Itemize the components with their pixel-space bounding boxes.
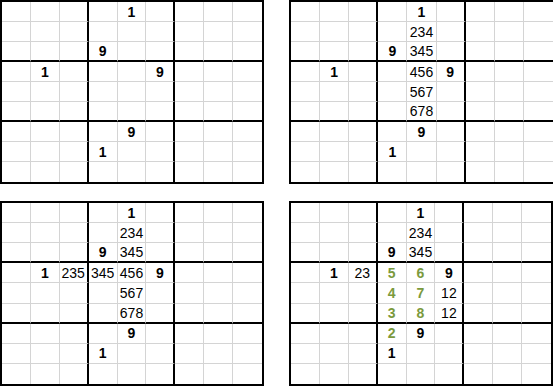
- cell-r4c1[interactable]: [291, 263, 320, 283]
- cell-r4c6[interactable]: 9: [435, 263, 464, 283]
- cell-r3c1[interactable]: [291, 42, 320, 62]
- cell-r4c5[interactable]: 6: [407, 263, 436, 283]
- cell-r8c3[interactable]: [349, 344, 378, 364]
- cell-r8c9[interactable]: [522, 344, 551, 364]
- cell-r4c5[interactable]: [118, 62, 147, 82]
- cell-r4c3[interactable]: 23: [349, 263, 378, 283]
- cell-r1c5[interactable]: 1: [407, 203, 436, 223]
- cell-r2c8[interactable]: [204, 223, 233, 243]
- cell-r2c9[interactable]: [524, 22, 553, 42]
- cell-r2c1[interactable]: [2, 223, 31, 243]
- cell-r4c7[interactable]: [175, 263, 204, 283]
- cell-r9c6[interactable]: [146, 364, 175, 384]
- cell-r5c9[interactable]: [233, 82, 262, 102]
- cell-r2c2[interactable]: [320, 22, 349, 42]
- cell-r6c3[interactable]: [349, 102, 378, 122]
- cell-r7c5[interactable]: 9: [118, 324, 147, 344]
- cell-r6c7[interactable]: [464, 304, 493, 324]
- cell-r4c9[interactable]: [233, 263, 262, 283]
- cell-r7c5[interactable]: 9: [118, 122, 147, 142]
- cell-r2c1[interactable]: [291, 22, 320, 42]
- cell-r5c6[interactable]: 12: [435, 283, 464, 303]
- cell-r1c3[interactable]: [349, 2, 378, 22]
- cell-r2c4[interactable]: [89, 223, 118, 243]
- cell-r1c3[interactable]: [60, 2, 89, 22]
- cell-r7c2[interactable]: [31, 122, 60, 142]
- cell-r1c1[interactable]: [291, 203, 320, 223]
- cell-r2c7[interactable]: [466, 22, 495, 42]
- cell-r5c6[interactable]: [437, 82, 466, 102]
- cell-r5c5[interactable]: 7: [407, 283, 436, 303]
- cell-r7c8[interactable]: [495, 122, 524, 142]
- cell-r3c4[interactable]: 9: [89, 243, 118, 263]
- cell-r6c9[interactable]: [233, 102, 262, 122]
- cell-r4c6[interactable]: 9: [437, 62, 466, 82]
- cell-r3c2[interactable]: [31, 243, 60, 263]
- cell-r6c6[interactable]: [437, 102, 466, 122]
- cell-r3c1[interactable]: [2, 243, 31, 263]
- cell-r3c8[interactable]: [204, 42, 233, 62]
- cell-r8c3[interactable]: [60, 142, 89, 162]
- cell-r6c4[interactable]: 3: [378, 304, 407, 324]
- cell-r4c3[interactable]: [349, 62, 378, 82]
- cell-r1c2[interactable]: [31, 2, 60, 22]
- cell-r2c8[interactable]: [495, 22, 524, 42]
- cell-r9c1[interactable]: [291, 162, 320, 182]
- cell-r9c9[interactable]: [233, 364, 262, 384]
- cell-r3c3[interactable]: [349, 42, 378, 62]
- cell-r3c7[interactable]: [466, 42, 495, 62]
- cell-r7c4[interactable]: 2: [378, 324, 407, 344]
- cell-r7c1[interactable]: [291, 324, 320, 344]
- cell-r6c5[interactable]: 8: [407, 304, 436, 324]
- cell-r8c3[interactable]: [349, 142, 378, 162]
- cell-r1c1[interactable]: [291, 2, 320, 22]
- cell-r7c5[interactable]: 9: [407, 122, 436, 142]
- cell-r7c3[interactable]: [60, 122, 89, 142]
- cell-r7c2[interactable]: [31, 324, 60, 344]
- cell-r9c1[interactable]: [2, 364, 31, 384]
- cell-r4c8[interactable]: [493, 263, 522, 283]
- cell-r3c1[interactable]: [2, 42, 31, 62]
- cell-r5c2[interactable]: [320, 283, 349, 303]
- cell-r7c3[interactable]: [60, 324, 89, 344]
- cell-r5c6[interactable]: [146, 283, 175, 303]
- cell-r6c8[interactable]: [495, 102, 524, 122]
- cell-r1c8[interactable]: [204, 2, 233, 22]
- cell-r2c3[interactable]: [60, 22, 89, 42]
- cell-r1c7[interactable]: [175, 203, 204, 223]
- cell-r4c6[interactable]: 9: [146, 62, 175, 82]
- cell-r3c9[interactable]: [524, 42, 553, 62]
- cell-r7c4[interactable]: [89, 324, 118, 344]
- cell-r5c5[interactable]: [118, 82, 147, 102]
- cell-r7c4[interactable]: [378, 122, 407, 142]
- cell-r8c5[interactable]: [407, 344, 436, 364]
- cell-r9c4[interactable]: [89, 364, 118, 384]
- cell-r5c5[interactable]: 567: [118, 283, 147, 303]
- cell-r2c3[interactable]: [349, 22, 378, 42]
- cell-r8c4[interactable]: 1: [89, 344, 118, 364]
- cell-r9c8[interactable]: [493, 364, 522, 384]
- cell-r4c2[interactable]: 1: [31, 62, 60, 82]
- cell-r3c4[interactable]: 9: [378, 243, 407, 263]
- cell-r6c3[interactable]: [60, 304, 89, 324]
- cell-r9c5[interactable]: [118, 364, 147, 384]
- cell-r3c1[interactable]: [291, 243, 320, 263]
- cell-r3c9[interactable]: [233, 42, 262, 62]
- cell-r2c8[interactable]: [493, 223, 522, 243]
- cell-r5c4[interactable]: [378, 82, 407, 102]
- cell-r5c9[interactable]: [233, 283, 262, 303]
- cell-r4c5[interactable]: 456: [118, 263, 147, 283]
- cell-r1c2[interactable]: [320, 2, 349, 22]
- cell-r5c4[interactable]: [89, 82, 118, 102]
- cell-r8c7[interactable]: [175, 142, 204, 162]
- cell-r8c2[interactable]: [320, 142, 349, 162]
- cell-r3c6[interactable]: [435, 243, 464, 263]
- cell-r8c6[interactable]: [437, 142, 466, 162]
- cell-r9c1[interactable]: [291, 364, 320, 384]
- cell-r4c2[interactable]: 1: [320, 62, 349, 82]
- cell-r3c4[interactable]: 9: [89, 42, 118, 62]
- cell-r3c5[interactable]: 345: [407, 42, 436, 62]
- cell-r2c2[interactable]: [31, 223, 60, 243]
- cell-r3c9[interactable]: [233, 243, 262, 263]
- cell-r4c3[interactable]: [60, 62, 89, 82]
- cell-r9c4[interactable]: [378, 364, 407, 384]
- cell-r8c4[interactable]: 1: [89, 142, 118, 162]
- cell-r8c3[interactable]: [60, 344, 89, 364]
- cell-r6c9[interactable]: [233, 304, 262, 324]
- cell-r6c2[interactable]: [320, 304, 349, 324]
- cell-r5c2[interactable]: [31, 82, 60, 102]
- cell-r7c9[interactable]: [233, 122, 262, 142]
- cell-r2c7[interactable]: [175, 223, 204, 243]
- cell-r3c5[interactable]: 345: [118, 243, 147, 263]
- cell-r6c5[interactable]: 678: [407, 102, 436, 122]
- cell-r9c7[interactable]: [466, 162, 495, 182]
- cell-r3c3[interactable]: [349, 243, 378, 263]
- cell-r5c3[interactable]: [60, 82, 89, 102]
- cell-r1c6[interactable]: [146, 2, 175, 22]
- cell-r3c8[interactable]: [204, 243, 233, 263]
- cell-r5c7[interactable]: [464, 283, 493, 303]
- cell-r2c5[interactable]: 234: [407, 223, 436, 243]
- cell-r5c2[interactable]: [31, 283, 60, 303]
- cell-r7c6[interactable]: [146, 324, 175, 344]
- cell-r4c2[interactable]: 1: [320, 263, 349, 283]
- cell-r1c6[interactable]: [435, 203, 464, 223]
- cell-r9c9[interactable]: [522, 364, 551, 384]
- cell-r2c5[interactable]: 234: [118, 223, 147, 243]
- cell-r9c3[interactable]: [349, 162, 378, 182]
- cell-r9c5[interactable]: [407, 162, 436, 182]
- cell-r7c7[interactable]: [464, 324, 493, 344]
- cell-r5c1[interactable]: [291, 283, 320, 303]
- cell-r6c3[interactable]: [349, 304, 378, 324]
- cell-r9c2[interactable]: [320, 162, 349, 182]
- cell-r2c2[interactable]: [320, 223, 349, 243]
- cell-r3c8[interactable]: [495, 42, 524, 62]
- cell-r8c2[interactable]: [31, 142, 60, 162]
- cell-r7c9[interactable]: [522, 324, 551, 344]
- cell-r4c9[interactable]: [522, 263, 551, 283]
- cell-r1c3[interactable]: [60, 203, 89, 223]
- cell-r8c9[interactable]: [524, 142, 553, 162]
- cell-r1c6[interactable]: [437, 2, 466, 22]
- cell-r5c7[interactable]: [466, 82, 495, 102]
- cell-r6c2[interactable]: [320, 102, 349, 122]
- cell-r6c7[interactable]: [175, 304, 204, 324]
- cell-r9c4[interactable]: [378, 162, 407, 182]
- cell-r8c1[interactable]: [2, 142, 31, 162]
- cell-r1c6[interactable]: [146, 203, 175, 223]
- cell-r3c2[interactable]: [320, 42, 349, 62]
- cell-r6c8[interactable]: [204, 304, 233, 324]
- cell-r5c4[interactable]: 4: [378, 283, 407, 303]
- cell-r4c8[interactable]: [204, 62, 233, 82]
- cell-r5c6[interactable]: [146, 82, 175, 102]
- cell-r4c9[interactable]: [233, 62, 262, 82]
- cell-r5c7[interactable]: [175, 82, 204, 102]
- cell-r9c6[interactable]: [437, 162, 466, 182]
- cell-r1c1[interactable]: [2, 2, 31, 22]
- cell-r3c7[interactable]: [175, 42, 204, 62]
- cell-r6c4[interactable]: [89, 304, 118, 324]
- cell-r9c1[interactable]: [2, 162, 31, 182]
- cell-r9c9[interactable]: [524, 162, 553, 182]
- cell-r4c4[interactable]: [378, 62, 407, 82]
- cell-r9c5[interactable]: [118, 162, 147, 182]
- cell-r2c4[interactable]: [378, 22, 407, 42]
- cell-r8c1[interactable]: [2, 344, 31, 364]
- cell-r9c3[interactable]: [349, 364, 378, 384]
- cell-r5c1[interactable]: [291, 82, 320, 102]
- cell-r8c8[interactable]: [204, 142, 233, 162]
- cell-r3c7[interactable]: [175, 243, 204, 263]
- cell-r1c9[interactable]: [233, 2, 262, 22]
- cell-r9c2[interactable]: [31, 364, 60, 384]
- cell-r8c8[interactable]: [204, 344, 233, 364]
- cell-r2c3[interactable]: [349, 223, 378, 243]
- cell-r2c9[interactable]: [522, 223, 551, 243]
- cell-r7c7[interactable]: [466, 122, 495, 142]
- cell-r4c1[interactable]: [2, 263, 31, 283]
- cell-r2c3[interactable]: [60, 223, 89, 243]
- cell-r5c7[interactable]: [175, 283, 204, 303]
- cell-r2c6[interactable]: [435, 223, 464, 243]
- cell-r1c5[interactable]: 1: [407, 2, 436, 22]
- cell-r2c5[interactable]: 234: [407, 22, 436, 42]
- cell-r1c7[interactable]: [464, 203, 493, 223]
- cell-r4c6[interactable]: 9: [146, 263, 175, 283]
- cell-r8c7[interactable]: [466, 142, 495, 162]
- cell-r5c3[interactable]: [349, 283, 378, 303]
- cell-r2c6[interactable]: [146, 223, 175, 243]
- cell-r6c1[interactable]: [2, 304, 31, 324]
- cell-r7c6[interactable]: [146, 122, 175, 142]
- cell-r8c8[interactable]: [495, 142, 524, 162]
- cell-r1c7[interactable]: [175, 2, 204, 22]
- cell-r7c2[interactable]: [320, 324, 349, 344]
- cell-r9c7[interactable]: [464, 364, 493, 384]
- cell-r9c9[interactable]: [233, 162, 262, 182]
- cell-r3c3[interactable]: [60, 243, 89, 263]
- cell-r5c1[interactable]: [2, 283, 31, 303]
- cell-r5c9[interactable]: [522, 283, 551, 303]
- cell-r7c6[interactable]: [435, 324, 464, 344]
- cell-r6c3[interactable]: [60, 102, 89, 122]
- cell-r4c7[interactable]: [175, 62, 204, 82]
- cell-r9c3[interactable]: [60, 162, 89, 182]
- cell-r7c8[interactable]: [493, 324, 522, 344]
- cell-r1c9[interactable]: [522, 203, 551, 223]
- cell-r7c2[interactable]: [320, 122, 349, 142]
- cell-r1c1[interactable]: [2, 203, 31, 223]
- cell-r3c5[interactable]: [118, 42, 147, 62]
- cell-r4c9[interactable]: [524, 62, 553, 82]
- cell-r2c1[interactable]: [2, 22, 31, 42]
- cell-r8c8[interactable]: [493, 344, 522, 364]
- cell-r1c4[interactable]: [378, 2, 407, 22]
- cell-r4c1[interactable]: [291, 62, 320, 82]
- cell-r5c8[interactable]: [493, 283, 522, 303]
- cell-r8c4[interactable]: 1: [378, 344, 407, 364]
- cell-r1c2[interactable]: [320, 203, 349, 223]
- cell-r8c5[interactable]: [118, 142, 147, 162]
- cell-r4c7[interactable]: [466, 62, 495, 82]
- cell-r3c5[interactable]: 345: [407, 243, 436, 263]
- cell-r3c4[interactable]: 9: [378, 42, 407, 62]
- cell-r5c8[interactable]: [204, 82, 233, 102]
- cell-r5c5[interactable]: 567: [407, 82, 436, 102]
- cell-r2c9[interactable]: [233, 22, 262, 42]
- cell-r2c9[interactable]: [233, 223, 262, 243]
- cell-r6c5[interactable]: [118, 102, 147, 122]
- cell-r1c2[interactable]: [31, 203, 60, 223]
- cell-r9c3[interactable]: [60, 364, 89, 384]
- cell-r6c6[interactable]: 12: [435, 304, 464, 324]
- cell-r7c4[interactable]: [89, 122, 118, 142]
- cell-r8c9[interactable]: [233, 142, 262, 162]
- cell-r2c8[interactable]: [204, 22, 233, 42]
- cell-r9c7[interactable]: [175, 364, 204, 384]
- cell-r3c9[interactable]: [522, 243, 551, 263]
- cell-r6c6[interactable]: [146, 304, 175, 324]
- cell-r7c5[interactable]: 9: [407, 324, 436, 344]
- cell-r7c9[interactable]: [524, 122, 553, 142]
- cell-r6c4[interactable]: [89, 102, 118, 122]
- cell-r1c8[interactable]: [493, 203, 522, 223]
- cell-r3c3[interactable]: [60, 42, 89, 62]
- cell-r5c2[interactable]: [320, 82, 349, 102]
- cell-r8c6[interactable]: [146, 344, 175, 364]
- cell-r5c4[interactable]: [89, 283, 118, 303]
- cell-r8c1[interactable]: [291, 142, 320, 162]
- cell-r8c6[interactable]: [435, 344, 464, 364]
- cell-r7c6[interactable]: [437, 122, 466, 142]
- cell-r6c8[interactable]: [493, 304, 522, 324]
- cell-r3c8[interactable]: [493, 243, 522, 263]
- cell-r7c1[interactable]: [2, 324, 31, 344]
- cell-r8c9[interactable]: [233, 344, 262, 364]
- cell-r5c3[interactable]: [60, 283, 89, 303]
- cell-r7c7[interactable]: [175, 122, 204, 142]
- cell-r3c6[interactable]: [437, 42, 466, 62]
- cell-r7c3[interactable]: [349, 324, 378, 344]
- cell-r3c7[interactable]: [464, 243, 493, 263]
- cell-r9c8[interactable]: [204, 364, 233, 384]
- cell-r4c2[interactable]: 1: [31, 263, 60, 283]
- cell-r7c3[interactable]: [349, 122, 378, 142]
- cell-r4c5[interactable]: 456: [407, 62, 436, 82]
- cell-r9c6[interactable]: [146, 162, 175, 182]
- cell-r2c7[interactable]: [464, 223, 493, 243]
- cell-r1c8[interactable]: [495, 2, 524, 22]
- cell-r6c9[interactable]: [522, 304, 551, 324]
- cell-r9c4[interactable]: [89, 162, 118, 182]
- cell-r8c4[interactable]: 1: [378, 142, 407, 162]
- cell-r4c7[interactable]: [464, 263, 493, 283]
- cell-r3c2[interactable]: [31, 42, 60, 62]
- cell-r3c6[interactable]: [146, 243, 175, 263]
- cell-r5c8[interactable]: [204, 283, 233, 303]
- cell-r4c8[interactable]: [495, 62, 524, 82]
- cell-r8c6[interactable]: [146, 142, 175, 162]
- cell-r6c7[interactable]: [175, 102, 204, 122]
- cell-r8c1[interactable]: [291, 344, 320, 364]
- cell-r9c7[interactable]: [175, 162, 204, 182]
- cell-r4c4[interactable]: 5: [378, 263, 407, 283]
- cell-r3c6[interactable]: [146, 42, 175, 62]
- cell-r1c4[interactable]: [89, 2, 118, 22]
- cell-r1c5[interactable]: 1: [118, 2, 147, 22]
- cell-r6c2[interactable]: [31, 102, 60, 122]
- cell-r7c8[interactable]: [204, 324, 233, 344]
- cell-r1c4[interactable]: [89, 203, 118, 223]
- cell-r9c8[interactable]: [495, 162, 524, 182]
- cell-r6c1[interactable]: [291, 304, 320, 324]
- cell-r2c5[interactable]: [118, 22, 147, 42]
- cell-r4c3[interactable]: 235: [60, 263, 89, 283]
- cell-r2c6[interactable]: [437, 22, 466, 42]
- cell-r1c9[interactable]: [233, 203, 262, 223]
- cell-r1c5[interactable]: 1: [118, 203, 147, 223]
- cell-r5c1[interactable]: [2, 82, 31, 102]
- cell-r6c9[interactable]: [524, 102, 553, 122]
- cell-r6c1[interactable]: [291, 102, 320, 122]
- cell-r9c2[interactable]: [31, 162, 60, 182]
- cell-r8c7[interactable]: [464, 344, 493, 364]
- cell-r7c7[interactable]: [175, 324, 204, 344]
- cell-r8c5[interactable]: [407, 142, 436, 162]
- cell-r4c4[interactable]: [89, 62, 118, 82]
- cell-r9c6[interactable]: [435, 364, 464, 384]
- cell-r6c1[interactable]: [2, 102, 31, 122]
- cell-r7c8[interactable]: [204, 122, 233, 142]
- cell-r8c7[interactable]: [175, 344, 204, 364]
- cell-r6c7[interactable]: [466, 102, 495, 122]
- cell-r5c8[interactable]: [495, 82, 524, 102]
- cell-r5c3[interactable]: [349, 82, 378, 102]
- cell-r6c8[interactable]: [204, 102, 233, 122]
- cell-r2c2[interactable]: [31, 22, 60, 42]
- cell-r8c2[interactable]: [31, 344, 60, 364]
- cell-r7c1[interactable]: [291, 122, 320, 142]
- cell-r9c2[interactable]: [320, 364, 349, 384]
- cell-r8c5[interactable]: [118, 344, 147, 364]
